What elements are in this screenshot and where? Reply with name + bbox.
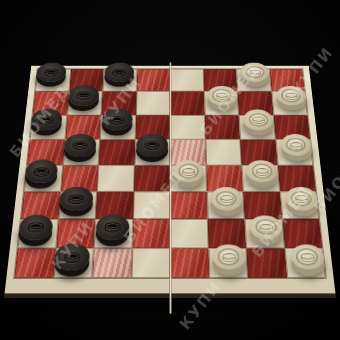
checker-piece-black[interactable]: ⛂ <box>59 187 94 211</box>
board-square-light[interactable]: ⛂ <box>63 140 100 165</box>
black-man-glyph: ⛂ <box>109 112 125 127</box>
board-square-red <box>246 248 287 278</box>
white-man-glyph: ⛀ <box>221 249 237 265</box>
board-square-red <box>98 140 134 165</box>
board-square-red <box>133 165 170 192</box>
checker-piece-white[interactable]: ⛀ <box>173 160 204 182</box>
white-man-glyph: ⛀ <box>254 164 269 178</box>
board-square-red <box>204 115 240 139</box>
white-man-glyph: ⛀ <box>299 249 316 265</box>
board-square-light[interactable]: ⛀ <box>239 115 275 139</box>
board-square-light[interactable]: ⛂ <box>18 219 59 248</box>
black-man-glyph: ⛂ <box>67 190 85 207</box>
board-grid: ⛂⛂⛀⛂⛀⛀⛂⛂⛀⛂⛂⛀⛂⛀⛀⛂⛀⛀⛂⛂⛀⛂⛀⛀ <box>14 69 326 278</box>
white-piece-top: ⛀ <box>210 187 242 210</box>
black-man-glyph: ⛂ <box>103 218 121 236</box>
board-square-light[interactable] <box>133 191 170 219</box>
black-piece-top: ⛂ <box>18 215 54 240</box>
white-man-glyph: ⛀ <box>248 66 262 78</box>
black-piece-top: ⛂ <box>63 134 96 156</box>
black-piece-top: ⛂ <box>30 109 63 130</box>
black-man-glyph: ⛂ <box>32 163 50 179</box>
checker-piece-white[interactable]: ⛀ <box>240 63 270 82</box>
black-piece-top: ⛂ <box>68 85 100 106</box>
black-man-glyph: ⛂ <box>71 137 88 153</box>
black-piece-top: ⛂ <box>101 109 133 130</box>
checker-piece-black[interactable]: ⛂ <box>104 62 134 82</box>
checker-piece-black[interactable]: ⛂ <box>95 215 130 240</box>
board-square-light[interactable]: ⛀ <box>236 69 271 92</box>
white-piece-top: ⛀ <box>173 160 204 182</box>
board-square-light[interactable]: ⛀ <box>245 219 285 248</box>
board-square-light[interactable] <box>170 115 205 139</box>
board-square-light[interactable]: ⛂ <box>35 69 71 92</box>
white-man-glyph: ⛀ <box>215 89 229 101</box>
board-square-light[interactable]: ⛀ <box>242 165 280 192</box>
white-piece-top: ⛀ <box>240 63 270 82</box>
black-piece-top: ⛂ <box>136 134 168 156</box>
board-square-light[interactable] <box>136 92 170 116</box>
black-man-glyph: ⛂ <box>75 88 91 103</box>
white-piece-top: ⛀ <box>290 244 325 269</box>
white-man-glyph: ⛀ <box>219 191 234 206</box>
checker-piece-black[interactable]: ⛂ <box>30 109 63 130</box>
white-man-glyph: ⛀ <box>251 113 265 126</box>
board-square-red <box>136 69 170 92</box>
white-piece-top: ⛀ <box>243 110 274 130</box>
checker-piece-black[interactable]: ⛂ <box>136 134 168 156</box>
board-square-light[interactable]: ⛂ <box>94 219 133 248</box>
checker-piece-white[interactable]: ⛀ <box>246 160 278 182</box>
board-square-light[interactable] <box>97 165 134 192</box>
black-piece-top: ⛂ <box>24 160 58 183</box>
white-piece-top: ⛀ <box>212 244 246 269</box>
board-square-light[interactable]: ⛂ <box>24 165 63 192</box>
checker-piece-black[interactable]: ⛂ <box>24 160 58 183</box>
board-square-light[interactable]: ⛀ <box>284 248 325 278</box>
board-square-light[interactable] <box>170 219 208 248</box>
white-piece-top: ⛀ <box>246 160 278 182</box>
board-square-light[interactable] <box>131 248 170 278</box>
white-piece-top: ⛀ <box>285 187 319 210</box>
checker-piece-white[interactable]: ⛀ <box>243 110 274 130</box>
black-man-glyph: ⛂ <box>26 218 45 236</box>
board-square-light[interactable]: ⛂ <box>67 92 103 116</box>
checker-piece-black[interactable]: ⛂ <box>18 215 54 240</box>
white-man-glyph: ⛀ <box>181 164 195 178</box>
black-man-glyph: ⛂ <box>111 65 127 79</box>
black-man-glyph: ⛂ <box>43 65 60 79</box>
white-piece-top: ⛀ <box>249 215 283 239</box>
board-square-red <box>14 248 55 278</box>
board-square-light[interactable]: ⛂ <box>58 191 97 219</box>
checker-piece-white[interactable]: ⛀ <box>276 86 307 106</box>
black-piece-top: ⛂ <box>104 62 134 82</box>
checker-piece-white[interactable]: ⛀ <box>290 244 325 269</box>
board-square-red <box>170 248 209 278</box>
checker-piece-white[interactable]: ⛀ <box>212 244 246 269</box>
checker-piece-black[interactable]: ⛂ <box>68 85 100 106</box>
board-square-red <box>170 191 207 219</box>
board-square-light[interactable]: ⛂ <box>100 115 136 139</box>
board-square-red <box>92 248 132 278</box>
black-piece-top: ⛂ <box>54 244 90 270</box>
board-square-light[interactable]: ⛂ <box>53 248 94 278</box>
board-square-red <box>170 92 204 116</box>
black-man-glyph: ⛂ <box>38 112 55 127</box>
white-man-glyph: ⛀ <box>284 89 298 101</box>
white-piece-top: ⛀ <box>280 134 312 155</box>
white-piece-top: ⛀ <box>207 86 237 106</box>
board-square-light[interactable]: ⛀ <box>207 191 245 219</box>
board-square-light[interactable]: ⛀ <box>170 165 207 192</box>
checker-piece-white[interactable]: ⛀ <box>249 215 283 239</box>
board-square-light[interactable] <box>205 140 241 165</box>
black-piece-top: ⛂ <box>95 215 130 240</box>
board-square-light[interactable]: ⛀ <box>204 92 239 116</box>
photo-scene: ⛂⛂⛀⛂⛀⛀⛂⛂⛀⛂⛂⛀⛂⛀⛀⛂⛀⛀⛂⛂⛀⛂⛀⛀ БИОМЕДКУПИБИОМЕ… <box>0 0 340 340</box>
board-frame: ⛂⛂⛀⛂⛀⛀⛂⛂⛀⛂⛂⛀⛂⛀⛀⛂⛀⛀⛂⛂⛀⛂⛀⛀ <box>4 66 336 298</box>
white-piece-top: ⛀ <box>276 86 307 106</box>
board-square-light[interactable]: ⛀ <box>271 92 307 116</box>
checker-piece-black[interactable]: ⛂ <box>63 134 96 156</box>
board-square-light[interactable]: ⛂ <box>103 69 137 92</box>
board-square-red <box>132 219 170 248</box>
board-square-light[interactable]: ⛀ <box>280 191 320 219</box>
checker-piece-white[interactable]: ⛀ <box>210 187 242 210</box>
board-square-light[interactable]: ⛂ <box>134 140 170 165</box>
checker-piece-black[interactable]: ⛂ <box>54 244 90 270</box>
black-piece-top: ⛂ <box>35 62 67 82</box>
checker-piece-black[interactable]: ⛂ <box>101 109 133 130</box>
checkers-board: ⛂⛂⛀⛂⛀⛀⛂⛂⛀⛂⛂⛀⛂⛀⛀⛂⛀⛀⛂⛂⛀⛂⛀⛀ <box>4 66 336 298</box>
white-man-glyph: ⛀ <box>258 220 274 235</box>
board-square-light[interactable]: ⛂ <box>30 115 67 139</box>
black-piece-top: ⛂ <box>59 187 94 211</box>
checker-piece-white[interactable]: ⛀ <box>285 187 319 210</box>
black-man-glyph: ⛂ <box>144 137 160 153</box>
board-square-light[interactable] <box>170 69 204 92</box>
checker-piece-black[interactable]: ⛂ <box>35 62 67 82</box>
checker-piece-white[interactable]: ⛀ <box>207 86 237 106</box>
black-man-glyph: ⛂ <box>63 248 82 267</box>
white-man-glyph: ⛀ <box>294 191 310 206</box>
board-square-light[interactable]: ⛀ <box>275 140 313 165</box>
white-man-glyph: ⛀ <box>289 138 304 151</box>
board-square-light[interactable]: ⛀ <box>208 248 248 278</box>
checker-piece-white[interactable]: ⛀ <box>280 134 312 155</box>
